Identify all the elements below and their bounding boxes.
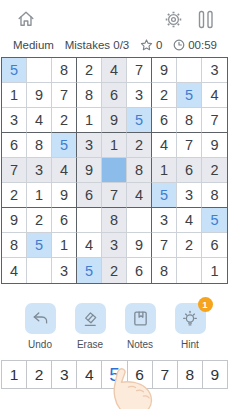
cell-r2c9[interactable]: 4 (202, 83, 227, 108)
cell-r7c3[interactable]: 6 (52, 208, 77, 233)
numpad-key-2[interactable]: 2 (27, 361, 52, 388)
cell-r1c4[interactable]: 2 (77, 58, 102, 83)
cell-r4c4[interactable]: 3 (77, 133, 102, 158)
cell-r2c8[interactable]: 5 (177, 83, 202, 108)
star-icon (140, 39, 153, 51)
numpad-key-6[interactable]: 6 (128, 361, 153, 388)
cell-r3c1[interactable]: 3 (2, 108, 27, 133)
cell-r2c3[interactable]: 7 (52, 83, 77, 108)
cell-r5c7[interactable]: 1 (152, 158, 177, 183)
notes-icon (132, 310, 149, 327)
cell-r2c5[interactable]: 6 (102, 83, 127, 108)
cell-r2c1[interactable]: 1 (2, 83, 27, 108)
eraser-icon (81, 310, 99, 328)
erase-label: Erase (77, 339, 103, 350)
numpad-key-3[interactable]: 3 (52, 361, 77, 388)
cell-r8c5[interactable]: 3 (102, 233, 127, 258)
home-icon[interactable] (16, 9, 36, 29)
cell-r7c6[interactable] (127, 208, 152, 233)
cell-r8c3[interactable]: 1 (52, 233, 77, 258)
cell-r1c3[interactable]: 8 (52, 58, 77, 83)
cell-r9c6[interactable]: 6 (127, 258, 152, 283)
sudoku-board: 5824793197863254342195687685312479734981… (1, 57, 228, 284)
cell-r3c9[interactable]: 7 (202, 108, 227, 133)
cell-r2c6[interactable]: 3 (127, 83, 152, 108)
cell-r1c5[interactable]: 4 (102, 58, 127, 83)
cell-r3c8[interactable]: 8 (177, 108, 202, 133)
cell-r5c4[interactable]: 9 (77, 158, 102, 183)
cell-r9c7[interactable]: 8 (152, 258, 177, 283)
pause-icon[interactable] (198, 10, 214, 29)
cell-r5c8[interactable]: 6 (177, 158, 202, 183)
cell-r8c9[interactable]: 6 (202, 233, 227, 258)
erase-tool: Erase (67, 303, 113, 350)
cell-r7c1[interactable]: 9 (2, 208, 27, 233)
cell-r9c3[interactable]: 3 (52, 258, 77, 283)
numpad-key-9[interactable]: 9 (203, 361, 227, 388)
cell-r4c7[interactable]: 4 (152, 133, 177, 158)
hint-label: Hint (181, 339, 199, 350)
cell-r7c2[interactable]: 2 (27, 208, 52, 233)
undo-icon (31, 310, 49, 327)
cell-r9c1[interactable]: 4 (2, 258, 27, 283)
cell-r7c5[interactable]: 8 (102, 208, 127, 233)
cell-r5c1[interactable]: 7 (2, 158, 27, 183)
cell-r3c7[interactable]: 6 (152, 108, 177, 133)
cell-r8c7[interactable]: 7 (152, 233, 177, 258)
cell-r4c5[interactable]: 1 (102, 133, 127, 158)
cell-r6c6[interactable]: 4 (127, 183, 152, 208)
cell-r1c9[interactable]: 3 (202, 58, 227, 83)
number-pad: 123456789 (1, 360, 228, 389)
cell-r8c6[interactable]: 9 (127, 233, 152, 258)
cell-r1c2[interactable] (27, 58, 52, 83)
cell-r9c9[interactable]: 1 (202, 258, 227, 283)
undo-button[interactable] (25, 303, 56, 334)
cell-r3c4[interactable]: 1 (77, 108, 102, 133)
toolbar: Undo Erase Notes 1 (0, 303, 230, 350)
cell-r1c7[interactable]: 9 (152, 58, 177, 83)
cell-r4c1[interactable]: 6 (2, 133, 27, 158)
status-bar: Medium Mistakes 0/3 0 00:59 (0, 37, 230, 52)
cell-r6c1[interactable]: 2 (2, 183, 27, 208)
timer-value: 00:59 (188, 39, 217, 51)
cell-r6c3[interactable]: 9 (52, 183, 77, 208)
cell-r9c5[interactable]: 2 (102, 258, 127, 283)
cell-r8c8[interactable]: 2 (177, 233, 202, 258)
notes-button[interactable] (125, 303, 156, 334)
cell-r2c4[interactable]: 8 (77, 83, 102, 108)
cell-r6c7[interactable]: 5 (152, 183, 177, 208)
numpad-key-4[interactable]: 4 (77, 361, 102, 388)
cell-r5c3[interactable]: 4 (52, 158, 77, 183)
cell-r9c8[interactable] (177, 258, 202, 283)
cell-r3c5[interactable]: 9 (102, 108, 127, 133)
gear-icon[interactable] (164, 10, 183, 29)
cell-r1c1[interactable]: 5 (2, 58, 27, 83)
numpad-key-7[interactable]: 7 (153, 361, 178, 388)
cell-r4c6[interactable]: 2 (127, 133, 152, 158)
cell-r2c7[interactable]: 2 (152, 83, 177, 108)
cell-r5c6[interactable]: 8 (127, 158, 152, 183)
cell-r8c1[interactable]: 8 (2, 233, 27, 258)
cell-r7c4[interactable] (77, 208, 102, 233)
undo-label: Undo (28, 339, 52, 350)
hint-badge: 1 (198, 297, 213, 312)
cell-r9c2[interactable] (27, 258, 52, 283)
star-count: 0 (156, 39, 162, 51)
cell-r4c8[interactable]: 7 (177, 133, 202, 158)
cell-r6c5[interactable]: 7 (102, 183, 127, 208)
hint-bulb-icon (181, 310, 199, 328)
numpad-key-1[interactable]: 1 (2, 361, 27, 388)
cell-r4c3[interactable]: 5 (52, 133, 77, 158)
clock-icon (173, 39, 185, 51)
cell-r8c4[interactable]: 4 (77, 233, 102, 258)
difficulty-label: Medium (13, 39, 54, 51)
mistakes-label: Mistakes 0/3 (65, 39, 130, 51)
cell-r7c9[interactable]: 5 (202, 208, 227, 233)
cell-r3c2[interactable]: 4 (27, 108, 52, 133)
cell-r5c2[interactable]: 3 (27, 158, 52, 183)
cell-r3c3[interactable]: 2 (52, 108, 77, 133)
top-bar (0, 8, 230, 30)
notes-tool: Notes (117, 303, 163, 350)
cell-r4c9[interactable]: 9 (202, 133, 227, 158)
notes-label: Notes (127, 339, 153, 350)
hint-button[interactable]: 1 (175, 303, 206, 334)
cell-r1c6[interactable]: 7 (127, 58, 152, 83)
cell-r7c8[interactable]: 4 (177, 208, 202, 233)
cell-r1c8[interactable] (177, 58, 202, 83)
numpad-key-5[interactable]: 5 (102, 361, 127, 388)
erase-button[interactable] (75, 303, 106, 334)
numpad-key-8[interactable]: 8 (178, 361, 203, 388)
cell-r2c2[interactable]: 9 (27, 83, 52, 108)
cell-r7c7[interactable]: 3 (152, 208, 177, 233)
cell-r6c9[interactable]: 8 (202, 183, 227, 208)
cell-r3c6[interactable]: 5 (127, 108, 152, 133)
cell-r9c4[interactable]: 5 (77, 258, 102, 283)
cell-r5c9[interactable]: 2 (202, 158, 227, 183)
cell-r5c5[interactable] (102, 158, 127, 183)
cell-r6c4[interactable]: 6 (77, 183, 102, 208)
cell-r6c2[interactable]: 1 (27, 183, 52, 208)
cell-r8c2[interactable]: 5 (27, 233, 52, 258)
hint-tool: 1 Hint (167, 303, 213, 350)
undo-tool: Undo (17, 303, 63, 350)
cell-r4c2[interactable]: 8 (27, 133, 52, 158)
cell-r6c8[interactable]: 3 (177, 183, 202, 208)
